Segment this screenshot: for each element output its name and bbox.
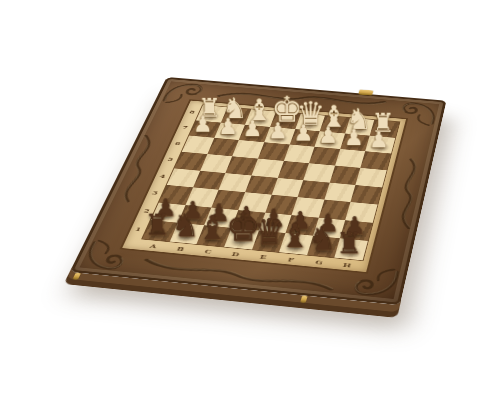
- piece-dark-queen: ♛: [253, 214, 281, 250]
- brass-pin: [73, 273, 82, 280]
- brass-pin: [300, 295, 308, 303]
- piece-dark-rook: ♜: [336, 229, 364, 258]
- piece-dark-king: ♚: [225, 208, 253, 247]
- piece-dark-rook: ♜: [144, 211, 172, 239]
- piece-dark-bishop: ♝: [280, 219, 308, 252]
- piece-dark-bishop: ♝: [198, 212, 226, 245]
- flourish-ornament-icon: [134, 254, 342, 295]
- piece-dark-knight: ♞: [308, 223, 336, 255]
- cell-h1: ♜: [335, 239, 368, 261]
- chess-board: ♜♞♝♚♛♝♞♜♟♟♟♟♟♟♟♟♟♟♟♟♟♟♟♟♜♞♝♚♛♝♞♜ ABCDEFG…: [70, 77, 447, 305]
- flourish-ornament-icon: [387, 157, 432, 231]
- photo-scene: ♜♞♝♚♛♝♞♜♟♟♟♟♟♟♟♟♟♟♟♟♟♟♟♟♜♞♝♚♛♝♞♜ ABCDEFG…: [0, 0, 500, 400]
- file-label: B: [165, 244, 195, 254]
- scroll-ornament-icon: [348, 264, 406, 304]
- piece-dark-knight: ♞: [171, 210, 199, 242]
- scroll-ornament-icon: [395, 98, 444, 128]
